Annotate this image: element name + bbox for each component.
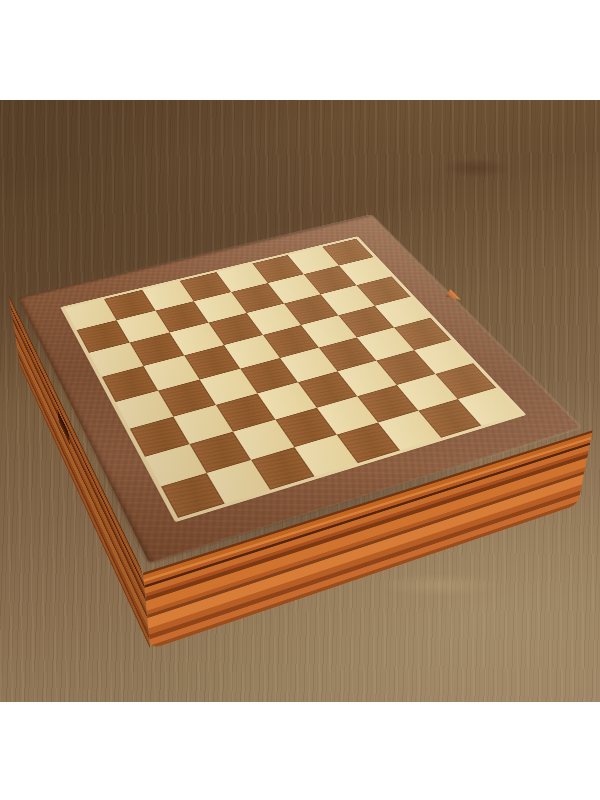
board-square: [207, 460, 271, 504]
board-square: [216, 393, 276, 431]
board-square: [102, 366, 158, 402]
table-grain-knot: [430, 155, 520, 181]
board-square: [161, 473, 225, 518]
board-square: [294, 435, 357, 477]
board-square: [458, 388, 521, 426]
board-square: [397, 374, 458, 411]
board-square: [233, 420, 294, 460]
board-square: [144, 355, 200, 390]
board-square: [251, 447, 314, 490]
screenshot-canvas: [0, 0, 600, 800]
board-square: [357, 385, 418, 423]
board-square: [240, 358, 298, 393]
board-square: [190, 432, 252, 473]
board-square: [130, 417, 190, 457]
board-square: [257, 382, 316, 419]
board-square: [337, 423, 400, 464]
board-square: [435, 363, 496, 399]
board-square: [418, 399, 481, 438]
board-square: [173, 405, 233, 444]
product-photo: [0, 100, 600, 702]
board-square: [200, 369, 258, 405]
board-square: [378, 411, 441, 451]
board-square: [298, 371, 357, 407]
board-square: [275, 408, 336, 447]
board-square: [317, 396, 378, 434]
board-square: [338, 361, 397, 397]
board-square: [145, 444, 207, 486]
board-square: [158, 380, 216, 417]
board-square: [116, 391, 174, 429]
